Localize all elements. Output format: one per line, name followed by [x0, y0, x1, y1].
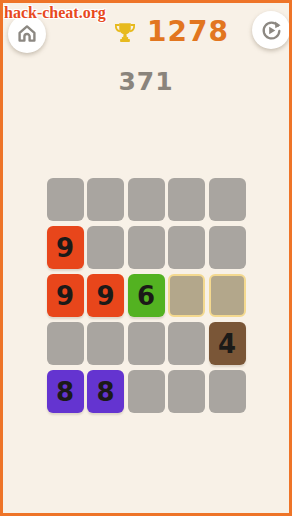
- tile-4[interactable]: 4: [209, 322, 246, 365]
- empty-cell: [128, 226, 165, 269]
- empty-cell: [47, 322, 84, 365]
- board-grid: 9996488: [47, 178, 246, 413]
- restart-icon: [260, 19, 283, 42]
- empty-cell: [128, 370, 165, 413]
- tile-9[interactable]: 9: [47, 226, 84, 269]
- game-screen: hack-cheat.org 1278 371 9996488: [0, 0, 292, 516]
- best-score-value: 1278: [147, 17, 229, 47]
- current-score: 371: [3, 67, 289, 96]
- empty-cell: [128, 178, 165, 221]
- empty-cell: [87, 322, 124, 365]
- empty-cell: [47, 178, 84, 221]
- tile-6[interactable]: 6: [128, 274, 165, 317]
- empty-cell: [87, 178, 124, 221]
- empty-cell: [128, 322, 165, 365]
- empty-cell: [168, 178, 205, 221]
- empty-cell: [209, 226, 246, 269]
- tile-9[interactable]: 9: [87, 274, 124, 317]
- tile-8[interactable]: 8: [47, 370, 84, 413]
- empty-cell: [87, 226, 124, 269]
- highlight-cell[interactable]: [209, 274, 246, 317]
- watermark: hack-cheat.org: [4, 3, 106, 23]
- home-icon: [15, 22, 39, 46]
- empty-cell: [168, 322, 205, 365]
- highlight-cell[interactable]: [168, 274, 205, 317]
- tile-9[interactable]: 9: [47, 274, 84, 317]
- empty-cell: [209, 178, 246, 221]
- trophy-icon: [112, 20, 138, 45]
- best-score-group: 1278: [112, 17, 229, 47]
- tile-8[interactable]: 8: [87, 370, 124, 413]
- empty-cell: [168, 226, 205, 269]
- empty-cell: [168, 370, 205, 413]
- restart-button[interactable]: [252, 11, 290, 49]
- empty-cell: [209, 370, 246, 413]
